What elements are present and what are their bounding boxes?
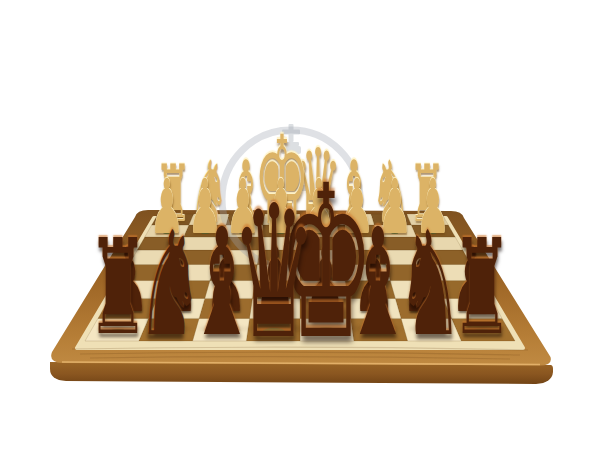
- pieces-layer: ♜♞♝♚♛♝♞♜♟♟♟♟♟♟♟♟♟♟♟♟♟♟♟♟♜♞♝♛♚♝♞♜: [0, 0, 600, 450]
- chess-set-photo: ♜♞♝♚♛♝♞♜♟♟♟♟♟♟♟♟♟♟♟♟♟♟♟♟♜♞♝♛♚♝♞♜ Carved …: [0, 0, 600, 450]
- piece-dark-rook: ♜: [87, 223, 148, 355]
